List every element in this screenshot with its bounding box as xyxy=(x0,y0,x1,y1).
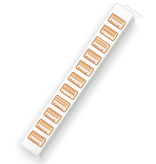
ticket-strip-pad: Snack Snack Snack Snack Snack Snack xyxy=(19,2,134,156)
strip-side-face xyxy=(38,16,135,160)
product-photo: Snack Snack Snack Snack Snack Snack xyxy=(0,0,156,164)
strip-front-face: Snack Snack Snack Snack Snack Snack xyxy=(19,2,134,156)
